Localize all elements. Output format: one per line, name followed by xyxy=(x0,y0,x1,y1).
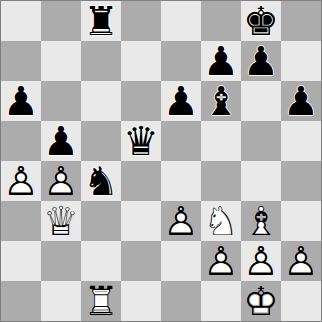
square-f5[interactable] xyxy=(201,121,241,161)
square-h8[interactable] xyxy=(281,1,321,41)
square-e8[interactable] xyxy=(161,1,201,41)
piece-glyph-outline: ♖ xyxy=(81,281,121,321)
square-a8[interactable] xyxy=(1,1,41,41)
square-h5[interactable] xyxy=(281,121,321,161)
piece-black-knight[interactable]: ♞ xyxy=(81,161,121,201)
piece-black-pawn[interactable]: ♟ xyxy=(1,81,41,121)
piece-glyph-outline: ♙ xyxy=(161,201,201,241)
piece-white-rook[interactable]: ♜♖ xyxy=(81,281,121,321)
square-d4[interactable] xyxy=(121,161,161,201)
piece-white-pawn[interactable]: ♟♙ xyxy=(241,241,281,281)
square-c1[interactable]: ♜♖ xyxy=(81,281,121,321)
square-g8[interactable]: ♚ xyxy=(241,1,281,41)
piece-white-pawn[interactable]: ♟♙ xyxy=(281,241,321,281)
square-d1[interactable] xyxy=(121,281,161,321)
square-b1[interactable] xyxy=(41,281,81,321)
square-f3[interactable]: ♞♘ xyxy=(201,201,241,241)
square-a6[interactable]: ♟ xyxy=(1,81,41,121)
piece-glyph-solid: ♚ xyxy=(241,1,281,41)
square-b2[interactable] xyxy=(41,241,81,281)
square-a1[interactable] xyxy=(1,281,41,321)
piece-white-king[interactable]: ♚♔ xyxy=(241,281,281,321)
piece-glyph-outline: ♕ xyxy=(41,201,81,241)
square-f1[interactable] xyxy=(201,281,241,321)
chess-board: ♜♚♟♟♟♟♝♟♟♛♟♙♟♙♞♛♕♟♙♞♘♝♗♟♙♟♙♟♙♜♖♚♔ xyxy=(0,0,322,322)
piece-white-queen[interactable]: ♛♕ xyxy=(41,201,81,241)
piece-glyph-solid: ♜ xyxy=(81,1,121,41)
square-a4[interactable]: ♟♙ xyxy=(1,161,41,201)
square-c8[interactable]: ♜ xyxy=(81,1,121,41)
square-a5[interactable] xyxy=(1,121,41,161)
square-b7[interactable] xyxy=(41,41,81,81)
piece-glyph-outline: ♔ xyxy=(241,281,281,321)
square-h6[interactable]: ♟ xyxy=(281,81,321,121)
piece-black-pawn[interactable]: ♟ xyxy=(161,81,201,121)
square-g2[interactable]: ♟♙ xyxy=(241,241,281,281)
piece-black-pawn[interactable]: ♟ xyxy=(241,41,281,81)
piece-glyph-solid: ♝ xyxy=(201,81,241,121)
piece-glyph-solid: ♞ xyxy=(81,161,121,201)
square-g6[interactable] xyxy=(241,81,281,121)
piece-glyph-outline: ♘ xyxy=(201,201,241,241)
piece-glyph-solid: ♟ xyxy=(201,41,241,81)
piece-glyph-solid: ♟ xyxy=(1,81,41,121)
piece-glyph-solid: ♟ xyxy=(281,81,321,121)
piece-glyph-solid: ♟ xyxy=(241,41,281,81)
piece-glyph-solid: ♛ xyxy=(121,121,161,161)
square-a3[interactable] xyxy=(1,201,41,241)
square-b5[interactable]: ♟ xyxy=(41,121,81,161)
piece-glyph-outline: ♙ xyxy=(281,241,321,281)
square-b6[interactable] xyxy=(41,81,81,121)
square-e7[interactable] xyxy=(161,41,201,81)
square-f2[interactable]: ♟♙ xyxy=(201,241,241,281)
square-h3[interactable] xyxy=(281,201,321,241)
square-b8[interactable] xyxy=(41,1,81,41)
square-f7[interactable]: ♟ xyxy=(201,41,241,81)
square-h2[interactable]: ♟♙ xyxy=(281,241,321,281)
piece-white-knight[interactable]: ♞♘ xyxy=(201,201,241,241)
piece-glyph-outline: ♙ xyxy=(1,161,41,201)
square-e1[interactable] xyxy=(161,281,201,321)
square-e4[interactable] xyxy=(161,161,201,201)
square-d7[interactable] xyxy=(121,41,161,81)
square-e3[interactable]: ♟♙ xyxy=(161,201,201,241)
square-c6[interactable] xyxy=(81,81,121,121)
square-b4[interactable]: ♟♙ xyxy=(41,161,81,201)
square-f4[interactable] xyxy=(201,161,241,201)
square-c4[interactable]: ♞ xyxy=(81,161,121,201)
square-h7[interactable] xyxy=(281,41,321,81)
piece-glyph-outline: ♗ xyxy=(241,201,281,241)
square-b3[interactable]: ♛♕ xyxy=(41,201,81,241)
square-e2[interactable] xyxy=(161,241,201,281)
square-g4[interactable] xyxy=(241,161,281,201)
square-f6[interactable]: ♝ xyxy=(201,81,241,121)
piece-black-bishop[interactable]: ♝ xyxy=(201,81,241,121)
piece-black-pawn[interactable]: ♟ xyxy=(281,81,321,121)
piece-white-bishop[interactable]: ♝♗ xyxy=(241,201,281,241)
square-c3[interactable] xyxy=(81,201,121,241)
square-e6[interactable]: ♟ xyxy=(161,81,201,121)
piece-white-pawn[interactable]: ♟♙ xyxy=(41,161,81,201)
square-c5[interactable] xyxy=(81,121,121,161)
square-c2[interactable] xyxy=(81,241,121,281)
square-d6[interactable] xyxy=(121,81,161,121)
square-h4[interactable] xyxy=(281,161,321,201)
square-g3[interactable]: ♝♗ xyxy=(241,201,281,241)
piece-black-pawn[interactable]: ♟ xyxy=(201,41,241,81)
piece-glyph-solid: ♟ xyxy=(41,121,81,161)
square-f8[interactable] xyxy=(201,1,241,41)
piece-black-king[interactable]: ♚ xyxy=(241,1,281,41)
square-c7[interactable] xyxy=(81,41,121,81)
square-h1[interactable] xyxy=(281,281,321,321)
piece-black-rook[interactable]: ♜ xyxy=(81,1,121,41)
piece-white-pawn[interactable]: ♟♙ xyxy=(201,241,241,281)
square-d8[interactable] xyxy=(121,1,161,41)
piece-white-pawn[interactable]: ♟♙ xyxy=(1,161,41,201)
square-g7[interactable]: ♟ xyxy=(241,41,281,81)
piece-black-queen[interactable]: ♛ xyxy=(121,121,161,161)
piece-glyph-solid: ♟ xyxy=(161,81,201,121)
square-d5[interactable]: ♛ xyxy=(121,121,161,161)
square-g5[interactable] xyxy=(241,121,281,161)
piece-glyph-outline: ♙ xyxy=(241,241,281,281)
square-e5[interactable] xyxy=(161,121,201,161)
piece-glyph-outline: ♙ xyxy=(41,161,81,201)
square-a7[interactable] xyxy=(1,41,41,81)
square-d2[interactable] xyxy=(121,241,161,281)
square-d3[interactable] xyxy=(121,201,161,241)
square-a2[interactable] xyxy=(1,241,41,281)
piece-white-pawn[interactable]: ♟♙ xyxy=(161,201,201,241)
square-g1[interactable]: ♚♔ xyxy=(241,281,281,321)
piece-glyph-outline: ♙ xyxy=(201,241,241,281)
piece-black-pawn[interactable]: ♟ xyxy=(41,121,81,161)
